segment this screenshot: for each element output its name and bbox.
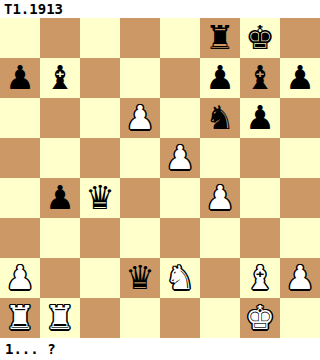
- square-d8[interactable]: [120, 18, 160, 58]
- square-b1[interactable]: ♜: [40, 298, 80, 338]
- square-c6[interactable]: [80, 98, 120, 138]
- square-b5[interactable]: [40, 138, 80, 178]
- piece-black-pawn: ♟: [205, 58, 235, 98]
- square-f3[interactable]: [200, 218, 240, 258]
- square-f4[interactable]: ♟: [200, 178, 240, 218]
- piece-white-pawn: ♟: [205, 178, 235, 218]
- square-f8[interactable]: ♜: [200, 18, 240, 58]
- square-e6[interactable]: [160, 98, 200, 138]
- square-h5[interactable]: [280, 138, 320, 178]
- square-d5[interactable]: [120, 138, 160, 178]
- square-b4[interactable]: ♟: [40, 178, 80, 218]
- move-prompt: 1... ?: [5, 338, 56, 360]
- square-g6[interactable]: ♟: [240, 98, 280, 138]
- square-c1[interactable]: [80, 298, 120, 338]
- puzzle-title: T1.1913: [4, 0, 63, 18]
- square-c8[interactable]: [80, 18, 120, 58]
- square-d4[interactable]: [120, 178, 160, 218]
- square-e7[interactable]: [160, 58, 200, 98]
- square-d2[interactable]: ♛: [120, 258, 160, 298]
- square-g5[interactable]: [240, 138, 280, 178]
- piece-black-queen: ♛: [85, 178, 115, 218]
- piece-white-king: ♚: [245, 298, 275, 338]
- square-h2[interactable]: ♟: [280, 258, 320, 298]
- piece-white-pawn: ♟: [285, 258, 315, 298]
- square-h1[interactable]: [280, 298, 320, 338]
- square-a1[interactable]: ♜: [0, 298, 40, 338]
- square-h6[interactable]: [280, 98, 320, 138]
- square-h7[interactable]: ♟: [280, 58, 320, 98]
- square-c2[interactable]: [80, 258, 120, 298]
- piece-black-bishop: ♝: [245, 58, 275, 98]
- square-a7[interactable]: ♟: [0, 58, 40, 98]
- square-g3[interactable]: [240, 218, 280, 258]
- piece-white-rook: ♜: [45, 298, 75, 338]
- square-a2[interactable]: ♟: [0, 258, 40, 298]
- piece-white-knight: ♞: [165, 258, 195, 298]
- square-e4[interactable]: [160, 178, 200, 218]
- square-b6[interactable]: [40, 98, 80, 138]
- square-a6[interactable]: [0, 98, 40, 138]
- piece-white-rook: ♜: [5, 298, 35, 338]
- square-h3[interactable]: [280, 218, 320, 258]
- square-e3[interactable]: [160, 218, 200, 258]
- square-g8[interactable]: ♚: [240, 18, 280, 58]
- square-d1[interactable]: [120, 298, 160, 338]
- square-e5[interactable]: ♟: [160, 138, 200, 178]
- square-c3[interactable]: [80, 218, 120, 258]
- square-b8[interactable]: [40, 18, 80, 58]
- piece-black-pawn: ♟: [245, 98, 275, 138]
- square-f7[interactable]: ♟: [200, 58, 240, 98]
- square-f1[interactable]: [200, 298, 240, 338]
- piece-white-pawn: ♟: [5, 258, 35, 298]
- square-e1[interactable]: [160, 298, 200, 338]
- piece-black-bishop: ♝: [45, 58, 75, 98]
- piece-black-king: ♚: [245, 18, 275, 58]
- square-g1[interactable]: ♚: [240, 298, 280, 338]
- square-f5[interactable]: [200, 138, 240, 178]
- square-d6[interactable]: ♟: [120, 98, 160, 138]
- piece-black-rook: ♜: [205, 18, 235, 58]
- title-bar: T1.1913: [0, 0, 320, 18]
- square-e8[interactable]: [160, 18, 200, 58]
- square-b2[interactable]: [40, 258, 80, 298]
- piece-black-pawn: ♟: [45, 178, 75, 218]
- square-g2[interactable]: ♝: [240, 258, 280, 298]
- square-b3[interactable]: [40, 218, 80, 258]
- piece-black-knight: ♞: [205, 98, 235, 138]
- piece-black-pawn: ♟: [5, 58, 35, 98]
- chess-board: ♜♚♟♝♟♝♟♟♞♟♟♟♛♟♟♛♞♝♟♜♜♚: [0, 18, 320, 338]
- square-c4[interactable]: ♛: [80, 178, 120, 218]
- square-g4[interactable]: [240, 178, 280, 218]
- square-h4[interactable]: [280, 178, 320, 218]
- square-f6[interactable]: ♞: [200, 98, 240, 138]
- square-a3[interactable]: [0, 218, 40, 258]
- square-h8[interactable]: [280, 18, 320, 58]
- square-a4[interactable]: [0, 178, 40, 218]
- square-a8[interactable]: [0, 18, 40, 58]
- piece-white-pawn: ♟: [165, 138, 195, 178]
- piece-black-queen: ♛: [125, 258, 155, 298]
- piece-white-bishop: ♝: [245, 258, 275, 298]
- piece-black-pawn: ♟: [285, 58, 315, 98]
- square-c7[interactable]: [80, 58, 120, 98]
- square-d7[interactable]: [120, 58, 160, 98]
- square-c5[interactable]: [80, 138, 120, 178]
- square-g7[interactable]: ♝: [240, 58, 280, 98]
- square-a5[interactable]: [0, 138, 40, 178]
- square-e2[interactable]: ♞: [160, 258, 200, 298]
- piece-white-pawn: ♟: [125, 98, 155, 138]
- square-d3[interactable]: [120, 218, 160, 258]
- square-f2[interactable]: [200, 258, 240, 298]
- square-b7[interactable]: ♝: [40, 58, 80, 98]
- caption-bar: 1... ?: [0, 338, 320, 360]
